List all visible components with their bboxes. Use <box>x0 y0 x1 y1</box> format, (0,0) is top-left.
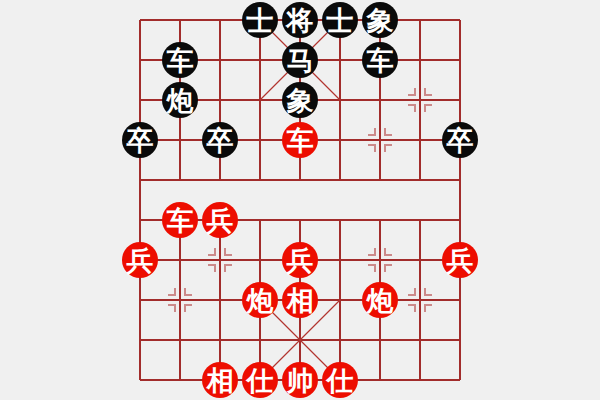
star-point-marker <box>408 288 432 312</box>
piece-black-general[interactable]: 将 <box>282 2 318 38</box>
board-points[interactable]: 士将士象车马车炮象卒卒车卒车兵兵兵兵炮相炮相仕帅仕 <box>120 0 480 400</box>
star-point-marker <box>168 288 192 312</box>
piece-red-soldier[interactable]: 兵 <box>122 242 158 278</box>
piece-red-advisor[interactable]: 仕 <box>322 362 358 398</box>
piece-black-soldier[interactable]: 卒 <box>122 122 158 158</box>
piece-black-soldier[interactable]: 卒 <box>202 122 238 158</box>
star-point-marker <box>208 248 232 272</box>
piece-black-chariot[interactable]: 车 <box>162 42 198 78</box>
piece-red-advisor[interactable]: 仕 <box>242 362 278 398</box>
piece-black-chariot[interactable]: 车 <box>362 42 398 78</box>
piece-red-elephant[interactable]: 相 <box>282 282 318 318</box>
piece-red-chariot[interactable]: 车 <box>162 202 198 238</box>
piece-black-elephant[interactable]: 象 <box>282 82 318 118</box>
piece-black-elephant[interactable]: 象 <box>362 2 398 38</box>
piece-black-cannon[interactable]: 炮 <box>162 82 198 118</box>
piece-black-advisor[interactable]: 士 <box>322 2 358 38</box>
piece-red-elephant[interactable]: 相 <box>202 362 238 398</box>
piece-red-general[interactable]: 帅 <box>282 362 318 398</box>
piece-red-cannon[interactable]: 炮 <box>362 282 398 318</box>
piece-black-horse[interactable]: 马 <box>282 42 318 78</box>
piece-red-soldier[interactable]: 兵 <box>202 202 238 238</box>
star-point-marker <box>368 248 392 272</box>
star-point-marker <box>368 128 392 152</box>
piece-red-cannon[interactable]: 炮 <box>242 282 278 318</box>
star-point-marker <box>408 88 432 112</box>
piece-red-soldier[interactable]: 兵 <box>282 242 318 278</box>
piece-black-soldier[interactable]: 卒 <box>442 122 478 158</box>
xiangqi-screen: 士将士象车马车炮象卒卒车卒车兵兵兵兵炮相炮相仕帅仕 <box>0 0 600 400</box>
piece-red-chariot[interactable]: 车 <box>282 122 318 158</box>
piece-black-advisor[interactable]: 士 <box>242 2 278 38</box>
piece-red-soldier[interactable]: 兵 <box>442 242 478 278</box>
